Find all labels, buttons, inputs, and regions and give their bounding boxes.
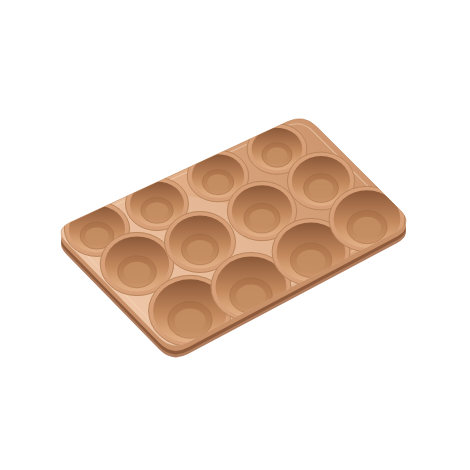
cup-bottom-centre xyxy=(207,174,229,191)
cup-bottom-centre xyxy=(187,240,213,260)
cup-bottom-centre xyxy=(353,217,381,239)
cup-bottom-centre xyxy=(266,147,287,163)
cup-bottom-centre xyxy=(85,227,109,245)
muffin-cups xyxy=(64,124,405,347)
cup-bottom-centre xyxy=(175,308,206,332)
cup-bottom-centre xyxy=(123,262,150,283)
pan-root xyxy=(0,62,470,405)
cup-bottom-centre xyxy=(297,250,326,272)
cup-bottom-centre xyxy=(146,202,169,219)
cup-bottom-centre xyxy=(309,179,333,198)
cup-bottom-centre xyxy=(249,209,274,229)
muffin-pan xyxy=(0,0,470,470)
product-photo xyxy=(0,0,470,470)
